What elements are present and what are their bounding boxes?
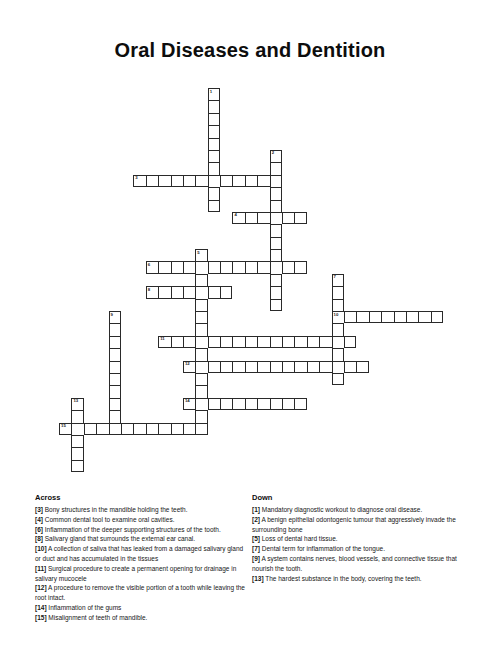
grid-cell[interactable]: [195, 361, 207, 373]
grid-cell[interactable]: [109, 361, 121, 373]
grid-cell[interactable]: [270, 336, 282, 348]
grid-cell[interactable]: [208, 113, 220, 125]
grid-cell[interactable]: 12: [183, 361, 195, 373]
grid-cell[interactable]: [270, 237, 282, 249]
grid-cell[interactable]: [71, 447, 83, 459]
grid-cell[interactable]: [282, 336, 294, 348]
grid-cell[interactable]: [270, 212, 282, 224]
grid-cell[interactable]: [270, 187, 282, 199]
grid-cell[interactable]: [232, 336, 244, 348]
grid-cell[interactable]: [183, 336, 195, 348]
grid-cell[interactable]: [270, 175, 282, 187]
clue-item: [11] Surgical procedure to create a perm…: [35, 564, 248, 584]
clue-number: 7: [334, 275, 336, 280]
grid-cell[interactable]: [406, 311, 418, 323]
grid-cell[interactable]: [195, 286, 207, 298]
grid-cell[interactable]: [270, 224, 282, 236]
grid-cell[interactable]: [270, 274, 282, 286]
grid-cell[interactable]: [307, 336, 319, 348]
grid-cell[interactable]: [109, 348, 121, 360]
grid-cell[interactable]: [332, 348, 344, 360]
grid-cell[interactable]: 3: [133, 175, 145, 187]
clue-number: 8: [148, 288, 150, 293]
grid-cell[interactable]: [71, 460, 83, 472]
grid-cell[interactable]: [109, 410, 121, 422]
grid-cell[interactable]: [282, 361, 294, 373]
clue-number: 1: [210, 90, 212, 95]
clue-number: 12: [185, 362, 190, 367]
grid-cell[interactable]: [332, 373, 344, 385]
grid-cell[interactable]: 13: [71, 398, 83, 410]
grid-cell[interactable]: [220, 398, 232, 410]
grid-cell[interactable]: [344, 311, 356, 323]
grid-cell[interactable]: 4: [232, 212, 244, 224]
grid-cell[interactable]: [208, 138, 220, 150]
grid-cell[interactable]: [208, 398, 220, 410]
grid-cell[interactable]: [381, 311, 393, 323]
clue-item: [12] A procedure to remove the visible p…: [35, 583, 248, 603]
grid-cell[interactable]: [245, 212, 257, 224]
clue-number: 10: [334, 313, 339, 318]
grid-cell[interactable]: 9: [109, 311, 121, 323]
grid-cell[interactable]: [356, 311, 368, 323]
grid-cell[interactable]: [109, 323, 121, 335]
grid-cell[interactable]: [195, 373, 207, 385]
grid-cell[interactable]: 6: [146, 261, 158, 273]
crossword-page: Oral Diseases and Dentition 123456789101…: [0, 0, 500, 647]
grid-cell[interactable]: [319, 336, 331, 348]
grid-cell[interactable]: [270, 200, 282, 212]
clue-number: 14: [185, 399, 190, 404]
grid-cell[interactable]: [270, 261, 282, 273]
grid-cell[interactable]: [257, 336, 269, 348]
grid-cell[interactable]: 10: [332, 311, 344, 323]
clue-item: [7] Dental term for inflammation of the …: [252, 544, 465, 554]
grid-cell[interactable]: [220, 336, 232, 348]
grid-cell[interactable]: [195, 299, 207, 311]
grid-cell[interactable]: [195, 311, 207, 323]
grid-cell[interactable]: [220, 286, 232, 298]
grid-cell[interactable]: [195, 274, 207, 286]
grid-cell[interactable]: [208, 286, 220, 298]
clue-item: [2] A benign epithelial odontogenic tumo…: [252, 515, 465, 535]
grid-cell[interactable]: [394, 311, 406, 323]
clue-number: 9: [111, 313, 113, 318]
clue-item: [3] Bony structures in the mandible hold…: [35, 505, 248, 515]
clue-number: 4: [234, 213, 236, 218]
puzzle-title: Oral Diseases and Dentition: [0, 39, 500, 62]
clue-item: [10] A collection of saliva that has lea…: [35, 544, 248, 564]
grid-cell[interactable]: [109, 398, 121, 410]
down-clues-section: Down [1] Mandatory diagnostic workout to…: [252, 493, 465, 583]
grid-cell[interactable]: [109, 385, 121, 397]
down-heading: Down: [252, 493, 465, 502]
clue-number: 5: [197, 251, 199, 256]
grid-cell[interactable]: [319, 361, 331, 373]
clue-item: [6] Inflammation of the deeper supportin…: [35, 525, 248, 535]
grid-cell[interactable]: [270, 361, 282, 373]
grid-cell[interactable]: [195, 348, 207, 360]
grid-cell[interactable]: [369, 311, 381, 323]
clue-item: [13] The hardest substance in the body, …: [252, 574, 465, 584]
grid-cell[interactable]: [294, 261, 306, 273]
grid-cell[interactable]: [109, 423, 121, 435]
grid-cell[interactable]: [232, 361, 244, 373]
clue-item: [1] Mandatory diagnostic workout to diag…: [252, 505, 465, 515]
grid-cell[interactable]: [183, 261, 195, 273]
grid-cell[interactable]: [257, 261, 269, 273]
clue-number: 2: [272, 151, 274, 156]
grid-cell[interactable]: [257, 212, 269, 224]
grid-cell[interactable]: [183, 286, 195, 298]
grid-cell[interactable]: [257, 398, 269, 410]
grid-cell[interactable]: [332, 361, 344, 373]
clue-item: [4] Common dental tool to examine oral c…: [35, 515, 248, 525]
grid-cell[interactable]: [146, 423, 158, 435]
across-clues-section: Across [3] Bony structures in the mandib…: [35, 493, 248, 623]
grid-cell[interactable]: [208, 162, 220, 174]
grid-cell[interactable]: 7: [332, 274, 344, 286]
clue-item: [8] Salivary gland that surrounds the ex…: [35, 534, 248, 544]
grid-cell[interactable]: [257, 175, 269, 187]
grid-cell[interactable]: [220, 175, 232, 187]
grid-cell[interactable]: [195, 336, 207, 348]
grid-cell[interactable]: 8: [146, 286, 158, 298]
grid-cell[interactable]: [171, 175, 183, 187]
grid-cell[interactable]: [220, 361, 232, 373]
grid-cell[interactable]: [245, 361, 257, 373]
grid-cell[interactable]: [195, 410, 207, 422]
grid-cell[interactable]: [195, 423, 207, 435]
grid-cell[interactable]: [171, 286, 183, 298]
grid-cell[interactable]: [208, 336, 220, 348]
across-heading: Across: [35, 493, 248, 502]
clue-number: 3: [135, 176, 137, 181]
grid-cell[interactable]: [245, 175, 257, 187]
grid-cell[interactable]: [71, 410, 83, 422]
grid-cell[interactable]: [195, 323, 207, 335]
grid-cell[interactable]: [294, 212, 306, 224]
grid-cell[interactable]: 14: [183, 398, 195, 410]
grid-cell[interactable]: [431, 311, 443, 323]
grid-cell[interactable]: [208, 100, 220, 112]
grid-cell[interactable]: [270, 398, 282, 410]
grid-cell[interactable]: [294, 361, 306, 373]
grid-cell[interactable]: [332, 336, 344, 348]
grid-cell[interactable]: [270, 249, 282, 261]
grid-cell[interactable]: [257, 361, 269, 373]
grid-cell[interactable]: [332, 323, 344, 335]
grid-cell[interactable]: [270, 162, 282, 174]
grid-cell[interactable]: [96, 423, 108, 435]
grid-cell[interactable]: [195, 398, 207, 410]
grid-cell[interactable]: [195, 385, 207, 397]
grid-cell[interactable]: [171, 423, 183, 435]
grid-cell[interactable]: [71, 423, 83, 435]
grid-cell[interactable]: [208, 150, 220, 162]
grid-cell[interactable]: [71, 435, 83, 447]
grid-cell[interactable]: [121, 423, 133, 435]
clue-item: [14] Inflammation of the gums: [35, 603, 248, 613]
grid-cell[interactable]: [332, 299, 344, 311]
grid-cell[interactable]: [158, 423, 170, 435]
grid-cell[interactable]: [171, 261, 183, 273]
grid-cell[interactable]: [245, 336, 257, 348]
grid-cell[interactable]: [133, 423, 145, 435]
grid-cell[interactable]: [307, 361, 319, 373]
grid-cell[interactable]: 2: [270, 150, 282, 162]
grid-cell[interactable]: [183, 423, 195, 435]
grid-cell[interactable]: [344, 361, 356, 373]
grid-cell[interactable]: [232, 261, 244, 273]
across-clue-list: [3] Bony structures in the mandible hold…: [35, 505, 248, 623]
grid-cell[interactable]: [171, 336, 183, 348]
grid-cell[interactable]: [232, 175, 244, 187]
grid-cell[interactable]: [158, 261, 170, 273]
grid-cell[interactable]: [282, 398, 294, 410]
grid-cell[interactable]: [195, 261, 207, 273]
grid-cell[interactable]: [208, 361, 220, 373]
grid-cell[interactable]: [109, 373, 121, 385]
grid-cell[interactable]: [158, 286, 170, 298]
grid-cell[interactable]: [282, 212, 294, 224]
grid-cell[interactable]: [245, 398, 257, 410]
grid-cell[interactable]: [109, 336, 121, 348]
grid-cell[interactable]: [208, 125, 220, 137]
clue-number: 13: [73, 399, 78, 404]
clue-number: 15: [61, 424, 66, 429]
grid-cell[interactable]: [344, 336, 356, 348]
grid-cell[interactable]: [208, 261, 220, 273]
grid-cell[interactable]: [270, 286, 282, 298]
grid-cell[interactable]: [208, 187, 220, 199]
clue-number: 11: [160, 337, 165, 342]
grid-cell[interactable]: [232, 398, 244, 410]
clue-item: [5] Loss of dental hard tissue.: [252, 534, 465, 544]
grid-cell[interactable]: [146, 175, 158, 187]
grid-cell[interactable]: [294, 336, 306, 348]
grid-cell[interactable]: [356, 361, 368, 373]
grid-cell[interactable]: [208, 200, 220, 212]
grid-cell[interactable]: [282, 261, 294, 273]
grid-cell[interactable]: [195, 175, 207, 187]
grid-cell[interactable]: 15: [59, 423, 71, 435]
grid-cell[interactable]: [418, 311, 430, 323]
crossword-grid: 123456789101112131415: [59, 88, 443, 472]
grid-cell[interactable]: [84, 423, 96, 435]
grid-cell[interactable]: 1: [208, 88, 220, 100]
down-clue-list: [1] Mandatory diagnostic workout to diag…: [252, 505, 465, 583]
grid-cell[interactable]: [158, 175, 170, 187]
clue-item: [15] Misalignment of teeth of mandible.: [35, 613, 248, 623]
grid-cell[interactable]: [270, 299, 282, 311]
grid-cell[interactable]: [294, 398, 306, 410]
grid-cell[interactable]: [332, 286, 344, 298]
grid-cell[interactable]: [183, 175, 195, 187]
grid-cell[interactable]: [208, 175, 220, 187]
grid-cell[interactable]: [245, 261, 257, 273]
clue-number: 6: [148, 263, 150, 268]
grid-cell[interactable]: [220, 261, 232, 273]
grid-cell[interactable]: 11: [158, 336, 170, 348]
clue-item: [9] A system contains nerves, blood vess…: [252, 554, 465, 574]
grid-cell[interactable]: 5: [195, 249, 207, 261]
